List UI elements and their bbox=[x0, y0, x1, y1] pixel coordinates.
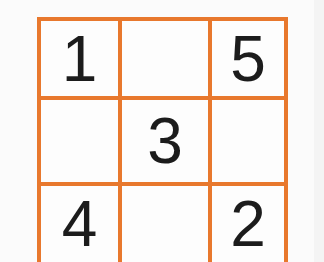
cell-r3c3[interactable]: 2 bbox=[212, 186, 284, 262]
puzzle-board: 1 5 3 4 2 bbox=[37, 17, 288, 262]
cell-r2c3[interactable] bbox=[212, 100, 284, 182]
cell-r1c2[interactable] bbox=[122, 21, 208, 96]
cell-r2c2[interactable]: 3 bbox=[122, 100, 208, 182]
cell-r1c3[interactable]: 5 bbox=[212, 21, 284, 96]
page-background-strip bbox=[314, 0, 324, 262]
cell-r3c2[interactable] bbox=[122, 186, 208, 262]
cell-r1c1[interactable]: 1 bbox=[41, 21, 118, 96]
cell-r2c1[interactable] bbox=[41, 100, 118, 182]
cell-r3c1[interactable]: 4 bbox=[41, 186, 118, 262]
